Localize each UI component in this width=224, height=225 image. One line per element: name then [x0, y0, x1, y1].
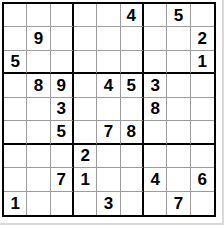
cell-r5c2[interactable]	[27, 98, 50, 121]
cell-r9c5: 3	[97, 192, 120, 215]
cell-r1c5[interactable]	[97, 4, 120, 27]
cell-r4c1[interactable]	[4, 74, 27, 97]
cell-r6c5: 7	[97, 121, 120, 144]
cell-r7c6[interactable]	[121, 145, 144, 168]
cell-r6c1[interactable]	[4, 121, 27, 144]
cell-r8c8[interactable]	[167, 168, 190, 191]
cell-r4c3: 9	[51, 74, 74, 97]
cell-r7c8[interactable]	[167, 145, 190, 168]
cell-r4c5: 4	[97, 74, 120, 97]
cell-r3c9: 1	[191, 51, 214, 74]
cell-r5c4[interactable]	[74, 98, 97, 121]
cell-r2c3[interactable]	[51, 27, 74, 50]
cell-r8c4: 1	[74, 168, 97, 191]
cell-r7c7[interactable]	[144, 145, 167, 168]
cell-r7c3[interactable]	[51, 145, 74, 168]
cell-r6c4[interactable]	[74, 121, 97, 144]
cell-r9c3[interactable]	[51, 192, 74, 215]
cell-r4c9[interactable]	[191, 74, 214, 97]
cell-r5c9[interactable]	[191, 98, 214, 121]
cell-r1c7[interactable]	[144, 4, 167, 27]
cell-r1c8: 5	[167, 4, 190, 27]
cell-r3c8[interactable]	[167, 51, 190, 74]
cell-r2c2: 9	[27, 27, 50, 50]
cell-r7c2[interactable]	[27, 145, 50, 168]
cell-r6c3: 5	[51, 121, 74, 144]
cell-r9c6[interactable]	[121, 192, 144, 215]
cell-r9c9[interactable]	[191, 192, 214, 215]
cell-r3c2[interactable]	[27, 51, 50, 74]
cell-r1c6: 4	[121, 4, 144, 27]
cell-r8c2[interactable]	[27, 168, 50, 191]
cell-r6c8[interactable]	[167, 121, 190, 144]
sudoku-board: 459251894533857827146137	[2, 2, 216, 217]
page: 459251894533857827146137	[0, 0, 224, 225]
cell-r2c7[interactable]	[144, 27, 167, 50]
cell-r8c6[interactable]	[121, 168, 144, 191]
cell-r1c1[interactable]	[4, 4, 27, 27]
cell-r5c6[interactable]	[121, 98, 144, 121]
cell-r5c5[interactable]	[97, 98, 120, 121]
cell-r9c4[interactable]	[74, 192, 97, 215]
cell-r3c7[interactable]	[144, 51, 167, 74]
cell-r6c2[interactable]	[27, 121, 50, 144]
cell-r5c1[interactable]	[4, 98, 27, 121]
cell-r1c4[interactable]	[74, 4, 97, 27]
cell-r2c1[interactable]	[4, 27, 27, 50]
cell-r5c3: 3	[51, 98, 74, 121]
cell-r5c8[interactable]	[167, 98, 190, 121]
cell-r9c1: 1	[4, 192, 27, 215]
cell-r3c1: 5	[4, 51, 27, 74]
cell-r4c6: 5	[121, 74, 144, 97]
cell-r1c2[interactable]	[27, 4, 50, 27]
cell-r4c7: 3	[144, 74, 167, 97]
cell-r8c7: 4	[144, 168, 167, 191]
cell-r7c5[interactable]	[97, 145, 120, 168]
cell-r2c9: 2	[191, 27, 214, 50]
cell-r1c3[interactable]	[51, 4, 74, 27]
cell-r4c4[interactable]	[74, 74, 97, 97]
cell-r3c4[interactable]	[74, 51, 97, 74]
cell-r6c9[interactable]	[191, 121, 214, 144]
cell-r3c6[interactable]	[121, 51, 144, 74]
cell-r5c7: 8	[144, 98, 167, 121]
cell-r6c6: 8	[121, 121, 144, 144]
cell-r2c8[interactable]	[167, 27, 190, 50]
cell-r3c5[interactable]	[97, 51, 120, 74]
cell-r1c9[interactable]	[191, 4, 214, 27]
cell-r8c3: 7	[51, 168, 74, 191]
cell-r9c7[interactable]	[144, 192, 167, 215]
cell-r8c5[interactable]	[97, 168, 120, 191]
cell-r7c4: 2	[74, 145, 97, 168]
cell-r8c1[interactable]	[4, 168, 27, 191]
cell-r7c9[interactable]	[191, 145, 214, 168]
cell-r9c2[interactable]	[27, 192, 50, 215]
cell-r9c8: 7	[167, 192, 190, 215]
cell-r2c5[interactable]	[97, 27, 120, 50]
cell-r2c4[interactable]	[74, 27, 97, 50]
cell-r4c8[interactable]	[167, 74, 190, 97]
cell-r4c2: 8	[27, 74, 50, 97]
cell-r7c1[interactable]	[4, 145, 27, 168]
cell-r3c3[interactable]	[51, 51, 74, 74]
cell-r8c9: 6	[191, 168, 214, 191]
cell-r6c7[interactable]	[144, 121, 167, 144]
cell-r2c6[interactable]	[121, 27, 144, 50]
